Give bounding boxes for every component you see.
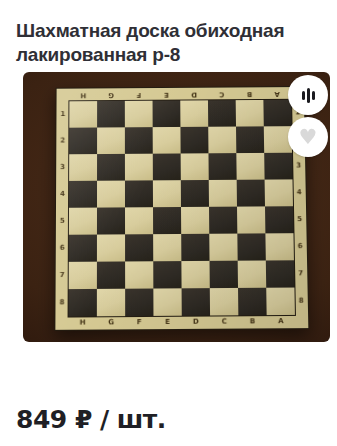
file-label-top: B <box>235 87 263 100</box>
board-square <box>152 101 180 128</box>
file-label-top: E <box>152 88 180 101</box>
board-square <box>153 207 181 234</box>
board-square <box>208 207 236 234</box>
board-frame-corner <box>55 317 68 330</box>
board-frame-corner <box>294 315 307 328</box>
board-square <box>264 179 292 206</box>
rank-label-right: 7 <box>293 260 307 287</box>
board-square <box>68 289 96 317</box>
chess-board: HGFEDCBA1122334455667788HGFEDCBA <box>54 86 309 331</box>
file-label-top: A <box>263 87 291 100</box>
rank-label-left: 4 <box>55 181 68 208</box>
file-label-bottom: E <box>153 316 181 329</box>
board-square <box>97 127 125 154</box>
board-square <box>181 261 209 288</box>
file-label-top: G <box>97 88 125 101</box>
rank-label-right: 6 <box>293 233 307 260</box>
board-scene: HGFEDCBA1122334455667788HGFEDCBA <box>23 72 330 342</box>
file-label-top: H <box>69 88 97 101</box>
rank-label-left: 6 <box>55 235 68 262</box>
board-square <box>124 180 152 207</box>
rank-label-right: 8 <box>294 287 308 314</box>
product-photo[interactable]: HGFEDCBA1122334455667788HGFEDCBA ♥ <box>23 72 330 342</box>
board-square <box>125 261 153 288</box>
board-square <box>208 153 236 180</box>
board-square <box>124 101 152 128</box>
board-square <box>237 233 265 260</box>
board-square <box>68 235 96 262</box>
board-square <box>152 127 180 154</box>
board-square <box>96 234 124 261</box>
board-frame-corner <box>56 89 69 102</box>
rank-label-left: 7 <box>55 262 68 289</box>
price: 849 ₽ / шт. <box>16 405 166 434</box>
file-label-top: C <box>207 87 235 100</box>
board-square <box>69 154 97 181</box>
board-square <box>238 288 267 316</box>
photo-action-buttons: ♥ <box>288 75 328 157</box>
file-label-bottom: G <box>96 316 124 329</box>
rank-label-right: 4 <box>292 179 305 206</box>
board-square <box>96 181 124 208</box>
board-square <box>209 261 237 288</box>
board-square <box>208 180 236 207</box>
file-label-bottom: A <box>266 315 295 328</box>
board-square <box>153 234 181 261</box>
board-square <box>153 261 181 288</box>
board-square <box>236 153 264 180</box>
board-square <box>124 154 152 181</box>
board-square <box>181 288 209 316</box>
rank-label-right: 5 <box>292 206 306 233</box>
board-square <box>209 288 238 316</box>
board-square <box>152 153 180 180</box>
compare-button[interactable] <box>288 75 328 115</box>
board-square <box>124 127 152 154</box>
board-square <box>180 127 208 154</box>
board-square <box>266 288 295 316</box>
board-square <box>181 207 209 234</box>
file-label-bottom: H <box>68 316 96 329</box>
board-square <box>153 288 181 316</box>
board-square <box>97 154 125 181</box>
board-square <box>69 101 97 128</box>
board-square <box>207 100 235 127</box>
board-square <box>125 234 153 261</box>
file-label-bottom: D <box>181 316 209 329</box>
file-label-bottom: F <box>125 316 153 329</box>
board-square <box>96 289 124 317</box>
file-label-bottom: B <box>238 315 266 328</box>
board-square <box>124 207 152 234</box>
board-square <box>68 181 96 208</box>
price-text: 849 ₽ / шт. <box>16 405 166 434</box>
rank-label-left: 8 <box>55 289 68 316</box>
board-square <box>68 208 96 235</box>
file-label-top: F <box>124 88 152 101</box>
board-square <box>180 100 208 127</box>
board-square <box>237 260 266 287</box>
board-square <box>209 234 237 261</box>
board-square <box>125 289 153 317</box>
board-square <box>69 128 97 155</box>
board-square <box>263 100 291 127</box>
board-square <box>96 261 124 288</box>
board-square <box>152 180 180 207</box>
file-label-top: D <box>180 88 208 101</box>
product-title: Шахматная доска обиходная лакированная р… <box>16 19 322 67</box>
board-square <box>235 100 263 127</box>
board-square <box>68 262 96 289</box>
board-square <box>236 180 264 207</box>
board-square <box>265 233 294 260</box>
heart-icon: ♥ <box>299 127 318 148</box>
rank-label-left: 5 <box>55 208 68 235</box>
board-square <box>208 127 236 154</box>
favorite-button[interactable]: ♥ <box>288 117 328 157</box>
board-square <box>180 180 208 207</box>
rank-label-left: 2 <box>56 128 69 155</box>
file-label-bottom: C <box>210 315 238 328</box>
board-square <box>181 234 209 261</box>
board-square <box>264 206 292 233</box>
bar-chart-icon <box>302 87 315 103</box>
rank-label-left: 3 <box>56 154 69 181</box>
board-square <box>97 101 125 128</box>
board-square <box>265 260 294 287</box>
board-square <box>180 153 208 180</box>
rank-label-left: 1 <box>56 101 69 128</box>
board-square <box>235 126 263 153</box>
board-square <box>96 207 124 234</box>
board-square <box>236 206 264 233</box>
